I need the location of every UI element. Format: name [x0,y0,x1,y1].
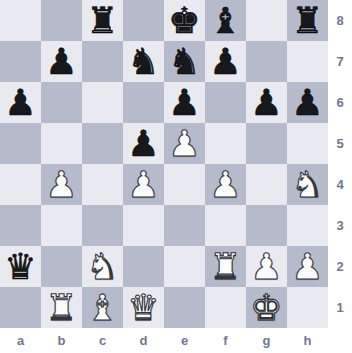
black-bishop-piece: ♝︎ [209,0,241,41]
square-b1[interactable]: ♜︎ [41,287,82,328]
square-g4[interactable] [246,164,287,205]
square-d6[interactable] [123,82,164,123]
rank-label-2: 2 [328,246,352,287]
black-knight-piece: ♞︎ [127,41,159,82]
square-c1[interactable]: ♝︎ [82,287,123,328]
black-pawn-piece: ♟︎ [4,82,36,123]
square-f5[interactable] [205,123,246,164]
square-h3[interactable] [287,205,328,246]
black-pawn-piece: ♟︎ [291,82,323,123]
square-d5[interactable]: ♟︎ [123,123,164,164]
square-f2[interactable]: ♜︎ [205,246,246,287]
square-f4[interactable]: ♟︎ [205,164,246,205]
black-knight-piece: ♞︎ [168,41,200,82]
square-b4[interactable]: ♟︎ [41,164,82,205]
square-c2[interactable]: ♞︎ [82,246,123,287]
file-label-f: f [205,328,246,353]
square-a4[interactable] [0,164,41,205]
square-g7[interactable] [246,41,287,82]
square-c6[interactable] [82,82,123,123]
square-c4[interactable] [82,164,123,205]
chess-board-panel: ♜︎♚︎♝︎♜︎8♟︎♞︎♞︎♟︎7♟︎♟︎♟︎♟︎6♟︎♟︎5♟︎♟︎♟︎♞︎… [0,0,352,353]
square-e2[interactable] [164,246,205,287]
square-a3[interactable] [0,205,41,246]
square-a6[interactable]: ♟︎ [0,82,41,123]
white-pawn-piece: ♟︎ [250,246,282,287]
square-d4[interactable]: ♟︎ [123,164,164,205]
file-label-d: d [123,328,164,353]
white-rook-piece: ♜︎ [209,246,241,287]
square-g3[interactable] [246,205,287,246]
chess-board: ♜︎♚︎♝︎♜︎8♟︎♞︎♞︎♟︎7♟︎♟︎♟︎♟︎6♟︎♟︎5♟︎♟︎♟︎♞︎… [0,0,352,353]
rank-label-7: 7 [328,41,352,82]
square-a1[interactable] [0,287,41,328]
square-c5[interactable] [82,123,123,164]
square-a7[interactable] [0,41,41,82]
black-rook-piece: ♜︎ [86,0,118,41]
square-f1[interactable] [205,287,246,328]
white-pawn-piece: ♟︎ [45,164,77,205]
square-d8[interactable] [123,0,164,41]
rank-label-8: 8 [328,0,352,41]
square-c3[interactable] [82,205,123,246]
square-g5[interactable] [246,123,287,164]
square-h7[interactable] [287,41,328,82]
rank-label-3: 3 [328,205,352,246]
square-e6[interactable]: ♟︎ [164,82,205,123]
square-b5[interactable] [41,123,82,164]
square-f6[interactable] [205,82,246,123]
file-label-a: a [0,328,41,353]
black-rook-piece: ♜︎ [291,0,323,41]
white-knight-piece: ♞︎ [291,164,323,205]
black-queen-piece: ♛︎ [4,246,36,287]
white-king-piece: ♚︎ [250,287,282,328]
white-knight-piece: ♞︎ [86,246,118,287]
square-b7[interactable]: ♟︎ [41,41,82,82]
square-d1[interactable]: ♛︎ [123,287,164,328]
square-g6[interactable]: ♟︎ [246,82,287,123]
square-a8[interactable] [0,0,41,41]
square-e8[interactable]: ♚︎ [164,0,205,41]
square-e4[interactable] [164,164,205,205]
rank-label-6: 6 [328,82,352,123]
square-b3[interactable] [41,205,82,246]
square-h8[interactable]: ♜︎ [287,0,328,41]
file-label-h: h [287,328,328,353]
black-pawn-piece: ♟︎ [45,41,77,82]
square-d7[interactable]: ♞︎ [123,41,164,82]
white-pawn-piece: ♟︎ [127,164,159,205]
white-bishop-piece: ♝︎ [86,287,118,328]
square-d3[interactable] [123,205,164,246]
black-pawn-piece: ♟︎ [250,82,282,123]
white-pawn-piece: ♟︎ [168,123,200,164]
square-e7[interactable]: ♞︎ [164,41,205,82]
board-corner-spacer [328,328,352,353]
square-h6[interactable]: ♟︎ [287,82,328,123]
square-g1[interactable]: ♚︎ [246,287,287,328]
square-h5[interactable] [287,123,328,164]
square-e3[interactable] [164,205,205,246]
square-a5[interactable] [0,123,41,164]
square-b2[interactable] [41,246,82,287]
black-pawn-piece: ♟︎ [127,123,159,164]
square-h4[interactable]: ♞︎ [287,164,328,205]
black-pawn-piece: ♟︎ [209,41,241,82]
square-e5[interactable]: ♟︎ [164,123,205,164]
file-label-c: c [82,328,123,353]
black-pawn-piece: ♟︎ [168,82,200,123]
rank-label-4: 4 [328,164,352,205]
square-g2[interactable]: ♟︎ [246,246,287,287]
square-c7[interactable] [82,41,123,82]
square-b6[interactable] [41,82,82,123]
square-g8[interactable] [246,0,287,41]
rank-label-5: 5 [328,123,352,164]
white-pawn-piece: ♟︎ [209,164,241,205]
file-label-e: e [164,328,205,353]
white-rook-piece: ♜︎ [45,287,77,328]
square-b8[interactable] [41,0,82,41]
square-e1[interactable] [164,287,205,328]
white-queen-piece: ♛︎ [127,287,159,328]
square-a2[interactable]: ♛︎ [0,246,41,287]
file-label-g: g [246,328,287,353]
square-h2[interactable]: ♟︎ [287,246,328,287]
black-king-piece: ♚︎ [168,0,200,41]
square-f7[interactable]: ♟︎ [205,41,246,82]
square-c8[interactable]: ♜︎ [82,0,123,41]
white-pawn-piece: ♟︎ [291,246,323,287]
square-f8[interactable]: ♝︎ [205,0,246,41]
square-d2[interactable] [123,246,164,287]
rank-label-1: 1 [328,287,352,328]
file-label-b: b [41,328,82,353]
square-h1[interactable] [287,287,328,328]
square-f3[interactable] [205,205,246,246]
